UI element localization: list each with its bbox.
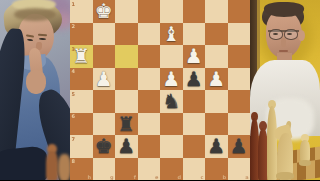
- square-h4[interactable]: 4: [70, 68, 93, 91]
- square-g7[interactable]: ♚: [93, 135, 116, 158]
- file-label: g: [110, 174, 114, 180]
- file-label: f: [134, 174, 136, 180]
- square-b2[interactable]: [205, 23, 228, 46]
- hand-shape: [26, 70, 46, 94]
- player-photo-left: [0, 0, 70, 180]
- eye-shape: [287, 33, 292, 35]
- piece-wB-d2: ♝: [160, 23, 183, 46]
- rank-label: 8: [72, 158, 75, 164]
- piece-wP-c3: ♟: [183, 45, 206, 68]
- chess-board: 1♚2♝3♜♟4♟♟♟♟5♞6♜7♚♟♟♟8hgfedcba: [70, 0, 250, 180]
- square-h5[interactable]: 5: [70, 90, 93, 113]
- piece-wP-g4: ♟: [93, 68, 116, 91]
- square-c5[interactable]: [183, 90, 206, 113]
- square-c6[interactable]: [183, 113, 206, 136]
- piece-bP-c4: ♟: [183, 68, 206, 91]
- square-e1[interactable]: [138, 0, 161, 23]
- piece-bP-b7: ♟: [205, 135, 228, 158]
- square-a8[interactable]: a: [228, 158, 251, 181]
- mouth-shape: [279, 50, 288, 52]
- rank-label: 4: [72, 68, 75, 74]
- square-c4[interactable]: ♟: [183, 68, 206, 91]
- square-a1[interactable]: [228, 0, 251, 23]
- player-photo-right: [250, 0, 320, 180]
- square-h1[interactable]: 1: [70, 0, 93, 23]
- square-h6[interactable]: 6: [70, 113, 93, 136]
- square-g3[interactable]: [93, 45, 116, 68]
- video-thumbnail: 1♚2♝3♜♟4♟♟♟♟5♞6♜7♚♟♟♟8hgfedcba: [0, 0, 320, 180]
- wooden-pawn-shape: [300, 140, 310, 162]
- square-f7[interactable]: ♟: [115, 135, 138, 158]
- rank-label: 6: [72, 113, 75, 119]
- square-d4[interactable]: ♟: [160, 68, 183, 91]
- square-b7[interactable]: ♟: [205, 135, 228, 158]
- piece-bP-a7: ♟: [228, 135, 251, 158]
- square-g8[interactable]: g: [93, 158, 116, 181]
- piece-wK-g1: ♚: [93, 0, 116, 23]
- square-a6[interactable]: [228, 113, 251, 136]
- wooden-piece-shape: [58, 154, 70, 180]
- square-g4[interactable]: ♟: [93, 68, 116, 91]
- square-d5[interactable]: ♞: [160, 90, 183, 113]
- file-label: a: [245, 174, 248, 180]
- piece-bN-d5: ♞: [160, 90, 183, 113]
- rank-label: 3: [72, 46, 75, 52]
- square-e4[interactable]: [138, 68, 161, 91]
- suit-arm-shape: [0, 145, 50, 180]
- square-d1[interactable]: [160, 0, 183, 23]
- square-g2[interactable]: [93, 23, 116, 46]
- square-d7[interactable]: [160, 135, 183, 158]
- square-a3[interactable]: [228, 45, 251, 68]
- square-h8[interactable]: 8h: [70, 158, 93, 181]
- file-label: c: [201, 174, 204, 180]
- square-a5[interactable]: [228, 90, 251, 113]
- piece-bK-g7: ♚: [93, 135, 116, 158]
- square-e5[interactable]: [138, 90, 161, 113]
- rank-label: 2: [72, 23, 75, 29]
- square-h2[interactable]: 2: [70, 23, 93, 46]
- square-d3[interactable]: [160, 45, 183, 68]
- nose-shape: [281, 38, 286, 47]
- square-g6[interactable]: [93, 113, 116, 136]
- ear-shape: [298, 30, 305, 41]
- square-d2[interactable]: ♝: [160, 23, 183, 46]
- piece-wP-b4: ♟: [205, 68, 228, 91]
- square-b5[interactable]: [205, 90, 228, 113]
- rank-label: 5: [72, 91, 75, 97]
- square-h3[interactable]: 3♜: [70, 45, 93, 68]
- square-b1[interactable]: [205, 0, 228, 23]
- file-label: h: [87, 174, 91, 180]
- square-c1[interactable]: [183, 0, 206, 23]
- square-h7[interactable]: 7: [70, 135, 93, 158]
- square-f4[interactable]: [115, 68, 138, 91]
- light-wooden-piece-shape: [267, 106, 277, 180]
- square-e3[interactable]: [138, 45, 161, 68]
- square-f6[interactable]: ♜: [115, 113, 138, 136]
- eye-shape: [273, 33, 278, 35]
- square-d6[interactable]: [160, 113, 183, 136]
- square-g5[interactable]: [93, 90, 116, 113]
- piece-wP-d4: ♟: [160, 68, 183, 91]
- square-c2[interactable]: [183, 23, 206, 46]
- square-g1[interactable]: ♚: [93, 0, 116, 23]
- square-c7[interactable]: [183, 135, 206, 158]
- square-d8[interactable]: d: [160, 158, 183, 181]
- piece-bR-f6: ♜: [115, 113, 138, 136]
- square-c3[interactable]: ♟: [183, 45, 206, 68]
- square-c8[interactable]: c: [183, 158, 206, 181]
- rank-label: 1: [72, 1, 75, 7]
- file-label: b: [222, 174, 226, 180]
- wooden-pawn-shape: [46, 151, 58, 180]
- wooden-pawn-shape: [299, 160, 311, 166]
- wooden-knight-shape: [276, 172, 294, 180]
- square-a7[interactable]: ♟: [228, 135, 251, 158]
- square-b6[interactable]: [205, 113, 228, 136]
- square-f8[interactable]: f: [115, 158, 138, 181]
- square-a4[interactable]: [228, 68, 251, 91]
- piece-bP-f7: ♟: [115, 135, 138, 158]
- hair-fringe-shape: [264, 2, 304, 17]
- square-b3[interactable]: [205, 45, 228, 68]
- square-f3[interactable]: [115, 45, 138, 68]
- square-b8[interactable]: b: [205, 158, 228, 181]
- square-f1[interactable]: [115, 0, 138, 23]
- square-e7[interactable]: [138, 135, 161, 158]
- square-f5[interactable]: [115, 90, 138, 113]
- hair-fringe-shape: [14, 8, 56, 21]
- square-e8[interactable]: e: [138, 158, 161, 181]
- square-a2[interactable]: [228, 23, 251, 46]
- file-label: d: [177, 174, 181, 180]
- file-label: e: [155, 174, 158, 180]
- square-f2[interactable]: [115, 23, 138, 46]
- square-e2[interactable]: [138, 23, 161, 46]
- square-b4[interactable]: ♟: [205, 68, 228, 91]
- square-e6[interactable]: [138, 113, 161, 136]
- rank-label: 7: [72, 136, 75, 142]
